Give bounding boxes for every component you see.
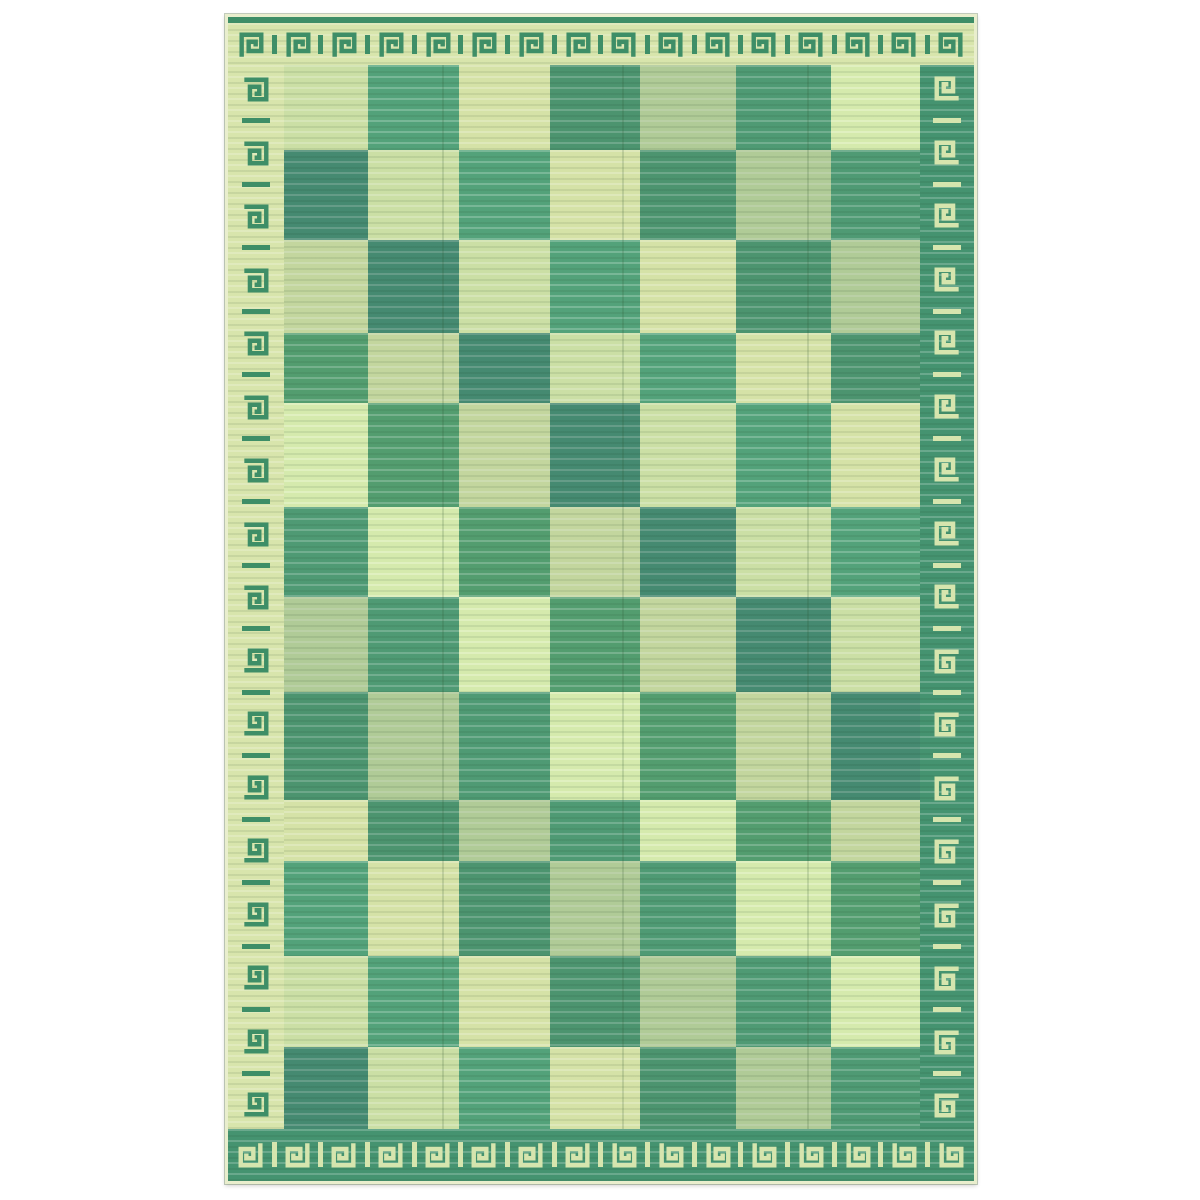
board-square[interactable] <box>368 956 458 1047</box>
board-square[interactable] <box>831 240 920 333</box>
greek-key-icon <box>933 647 961 675</box>
board-square[interactable] <box>550 403 639 507</box>
meander-bar <box>272 1142 277 1168</box>
greek-key-icon <box>377 31 405 59</box>
board-square[interactable] <box>284 507 368 597</box>
board-square[interactable] <box>284 1047 368 1129</box>
meander-bar <box>458 1142 463 1168</box>
meander-bar <box>925 35 930 55</box>
greek-key-icon <box>933 75 961 103</box>
greek-key-icon <box>610 1141 638 1169</box>
meander-bar <box>738 1142 743 1168</box>
board-square[interactable] <box>459 861 550 956</box>
board-square[interactable] <box>284 65 368 150</box>
board-square[interactable] <box>640 403 736 507</box>
meander-bar <box>412 35 417 55</box>
meander-bar <box>365 1142 370 1168</box>
board-square[interactable] <box>640 150 736 240</box>
board-square[interactable] <box>736 692 830 800</box>
board-square[interactable] <box>284 800 368 861</box>
meander-bar <box>933 880 961 885</box>
greek-key-icon <box>933 393 961 421</box>
meander-bar <box>933 626 961 631</box>
greek-key-icon <box>933 139 961 167</box>
board-square[interactable] <box>640 597 736 693</box>
meander-bar <box>933 944 961 949</box>
greek-key-icon <box>242 329 270 357</box>
greek-key-icon <box>242 202 270 230</box>
greek-key-border-bottom <box>228 1129 974 1181</box>
board-square[interactable] <box>736 507 830 597</box>
meander-bar <box>412 1142 417 1168</box>
greek-key-icon <box>242 1091 270 1119</box>
board-square[interactable] <box>284 150 368 240</box>
greek-key-icon <box>797 1141 825 1169</box>
greek-key-icon <box>890 31 918 59</box>
board-square[interactable] <box>550 333 639 403</box>
greek-key-icon <box>242 774 270 802</box>
board-square[interactable] <box>550 956 639 1047</box>
board-square[interactable] <box>736 333 830 403</box>
greek-key-icon <box>750 31 778 59</box>
greek-key-icon <box>933 774 961 802</box>
greek-key-icon <box>937 31 965 59</box>
greek-key-icon <box>564 31 592 59</box>
board-square[interactable] <box>736 65 830 150</box>
board-square[interactable] <box>640 1047 736 1129</box>
meander-bar <box>365 35 370 55</box>
meander-bar <box>933 309 961 314</box>
meander-bar <box>242 499 271 504</box>
board-square[interactable] <box>368 800 458 861</box>
board-square[interactable] <box>368 597 458 693</box>
greek-key-icon <box>797 31 825 59</box>
meander-bar <box>242 753 271 758</box>
board-square[interactable] <box>640 692 736 800</box>
meander-bar <box>933 436 961 441</box>
meander-bar <box>933 753 961 758</box>
board-square[interactable] <box>550 597 639 693</box>
meander-bar <box>785 35 790 55</box>
greek-key-icon <box>844 1141 872 1169</box>
greek-key-icon <box>933 202 961 230</box>
greek-key-icon <box>933 583 961 611</box>
board-square[interactable] <box>640 800 736 861</box>
board-square[interactable] <box>459 507 550 597</box>
board-square[interactable] <box>284 861 368 956</box>
meander-bar <box>933 563 961 568</box>
meander-bar <box>645 35 650 55</box>
board-square[interactable] <box>640 956 736 1047</box>
meander-bar <box>242 436 271 441</box>
greek-key-icon <box>424 31 452 59</box>
greek-key-icon <box>517 31 545 59</box>
meander-bar <box>878 1142 883 1168</box>
board-square[interactable] <box>459 956 550 1047</box>
board-square[interactable] <box>284 240 368 333</box>
meander-bar <box>933 499 961 504</box>
greek-key-icon <box>242 647 270 675</box>
greek-key-icon <box>933 456 961 484</box>
greek-key-icon <box>237 1141 265 1169</box>
board-square[interactable] <box>459 692 550 800</box>
meander-bar <box>242 309 271 314</box>
board-square[interactable] <box>459 65 550 150</box>
greek-key-icon <box>933 1028 961 1056</box>
meander-bar <box>242 690 271 695</box>
meander-bar <box>933 118 961 123</box>
meander-bar <box>242 1007 271 1012</box>
board-square[interactable] <box>831 507 920 597</box>
board-square[interactable] <box>459 240 550 333</box>
meander-bar <box>878 35 883 55</box>
meander-bar <box>933 1007 961 1012</box>
board-square[interactable] <box>368 1047 458 1129</box>
greek-key-icon <box>330 31 358 59</box>
meander-bar <box>272 35 277 55</box>
meander-bar <box>242 245 271 250</box>
meander-bar <box>692 1142 697 1168</box>
greek-key-icon <box>890 1141 918 1169</box>
meander-bar <box>925 1142 930 1168</box>
checkerboard <box>284 65 920 1129</box>
board-square[interactable] <box>550 507 639 597</box>
greek-key-icon <box>284 1141 312 1169</box>
board-square[interactable] <box>550 65 639 150</box>
board-square[interactable] <box>368 861 458 956</box>
meander-bar <box>832 35 837 55</box>
meander-bar <box>832 1142 837 1168</box>
board-square[interactable] <box>459 333 550 403</box>
meander-bar <box>242 1071 271 1076</box>
greek-key-icon <box>242 75 270 103</box>
greek-key-icon <box>242 837 270 865</box>
meander-bar <box>933 182 961 187</box>
board-square[interactable] <box>284 597 368 693</box>
board-square[interactable] <box>736 403 830 507</box>
board-square[interactable] <box>640 507 736 597</box>
greek-key-icon <box>377 1141 405 1169</box>
board-square[interactable] <box>459 800 550 861</box>
meander-bar <box>242 817 271 822</box>
greek-key-icon <box>704 31 732 59</box>
board-square[interactable] <box>368 65 458 150</box>
meander-bar <box>933 245 961 250</box>
greek-key-border-top <box>228 17 974 65</box>
meander-bar <box>242 372 271 377</box>
greek-key-icon <box>330 1141 358 1169</box>
greek-key-icon <box>750 1141 778 1169</box>
meander-bar <box>933 690 961 695</box>
greek-key-icon <box>933 1091 961 1119</box>
greek-key-border-right <box>920 65 974 1129</box>
meander-bar <box>242 118 271 123</box>
greek-key-icon <box>933 266 961 294</box>
board-square[interactable] <box>831 150 920 240</box>
board-square[interactable] <box>368 240 458 333</box>
meander-bar <box>598 35 603 55</box>
board-square[interactable] <box>736 956 830 1047</box>
board-square[interactable] <box>640 65 736 150</box>
board-square[interactable] <box>550 692 639 800</box>
greek-key-icon <box>242 456 270 484</box>
greek-key-icon <box>470 1141 498 1169</box>
board-square[interactable] <box>550 861 639 956</box>
meander-bar <box>242 182 271 187</box>
meander-bar <box>458 35 463 55</box>
board-square[interactable] <box>831 403 920 507</box>
greek-key-icon <box>933 520 961 548</box>
board-square[interactable] <box>550 1047 639 1129</box>
greek-key-icon <box>657 1141 685 1169</box>
board-square[interactable] <box>368 403 458 507</box>
greek-key-icon <box>933 901 961 929</box>
meander-bar <box>318 35 323 55</box>
board-square[interactable] <box>284 403 368 507</box>
meander-bar <box>552 1142 557 1168</box>
board-square[interactable] <box>550 240 639 333</box>
greek-key-icon <box>242 520 270 548</box>
meander-bar <box>933 817 961 822</box>
board-square[interactable] <box>284 333 368 403</box>
greek-key-icon <box>242 710 270 738</box>
greek-key-icon <box>242 901 270 929</box>
greek-key-icon <box>424 1141 452 1169</box>
board-square[interactable] <box>831 861 920 956</box>
board-square[interactable] <box>368 150 458 240</box>
greek-key-icon <box>242 583 270 611</box>
rug-board <box>225 14 977 1184</box>
meander-bar <box>933 372 961 377</box>
board-square[interactable] <box>831 956 920 1047</box>
greek-key-icon <box>933 329 961 357</box>
meander-bar <box>505 1142 510 1168</box>
greek-key-icon <box>933 964 961 992</box>
board-square[interactable] <box>736 861 830 956</box>
board-square[interactable] <box>459 1047 550 1129</box>
meander-bar <box>242 626 271 631</box>
greek-key-icon <box>844 31 872 59</box>
board-square[interactable] <box>550 150 639 240</box>
meander-bar <box>242 944 271 949</box>
board-square[interactable] <box>459 403 550 507</box>
board-square[interactable] <box>736 1047 830 1129</box>
meander-bar <box>505 35 510 55</box>
board-square[interactable] <box>640 861 736 956</box>
greek-key-icon <box>237 31 265 59</box>
meander-bar <box>242 880 271 885</box>
board-square[interactable] <box>736 240 830 333</box>
meander-bar <box>552 35 557 55</box>
board-square[interactable] <box>368 507 458 597</box>
board-square[interactable] <box>831 692 920 800</box>
greek-key-icon <box>242 964 270 992</box>
board-square[interactable] <box>736 597 830 693</box>
meander-bar <box>933 1071 961 1076</box>
greek-key-icon <box>564 1141 592 1169</box>
board-square[interactable] <box>831 1047 920 1129</box>
meander-bar <box>645 1142 650 1168</box>
greek-key-icon <box>517 1141 545 1169</box>
meander-bar <box>598 1142 603 1168</box>
board-square[interactable] <box>831 597 920 693</box>
greek-key-icon <box>242 266 270 294</box>
board-square[interactable] <box>550 800 639 861</box>
board-square[interactable] <box>831 800 920 861</box>
greek-key-icon <box>470 31 498 59</box>
greek-key-icon <box>242 139 270 167</box>
board-square[interactable] <box>736 150 830 240</box>
board-square[interactable] <box>368 333 458 403</box>
greek-key-icon <box>937 1141 965 1169</box>
greek-key-icon <box>657 31 685 59</box>
greek-key-icon <box>610 31 638 59</box>
greek-key-icon <box>284 31 312 59</box>
meander-bar <box>738 35 743 55</box>
board-square[interactable] <box>831 333 920 403</box>
board-square[interactable] <box>736 800 830 861</box>
board-square[interactable] <box>640 240 736 333</box>
meander-bar <box>242 563 271 568</box>
board-square[interactable] <box>640 333 736 403</box>
greek-key-icon <box>933 710 961 738</box>
greek-key-icon <box>242 393 270 421</box>
board-square[interactable] <box>459 597 550 693</box>
board-square[interactable] <box>284 956 368 1047</box>
meander-bar <box>692 35 697 55</box>
board-square[interactable] <box>831 65 920 150</box>
board-square[interactable] <box>368 692 458 800</box>
greek-key-icon <box>933 837 961 865</box>
greek-key-icon <box>704 1141 732 1169</box>
greek-key-icon <box>242 1028 270 1056</box>
board-square[interactable] <box>459 150 550 240</box>
greek-key-border-left <box>228 65 284 1129</box>
board-square[interactable] <box>284 692 368 800</box>
meander-bar <box>318 1142 323 1168</box>
meander-bar <box>785 1142 790 1168</box>
